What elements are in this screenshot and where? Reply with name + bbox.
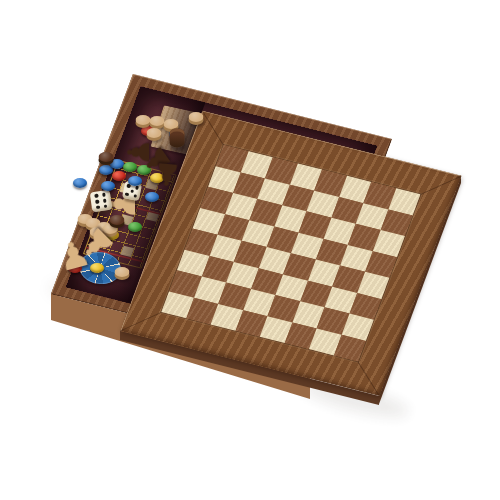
blue-token bbox=[145, 192, 159, 202]
die-pip bbox=[95, 200, 99, 204]
die-pip bbox=[135, 186, 139, 190]
product-photo: ♟♟♟♟♟♟ bbox=[0, 0, 500, 500]
die-pip bbox=[103, 199, 107, 203]
die-pip bbox=[125, 192, 129, 196]
light-checker bbox=[164, 119, 179, 129]
die-pip bbox=[96, 205, 100, 209]
die-face-6 bbox=[90, 190, 113, 213]
dark-pawn: ♟ bbox=[152, 158, 181, 190]
loose-pieces-layer: ♟♟♟♟♟♟ bbox=[0, 0, 500, 500]
blue-token bbox=[73, 178, 87, 188]
die-pip bbox=[133, 194, 137, 198]
red-token bbox=[112, 171, 126, 181]
blue-token bbox=[101, 181, 115, 191]
blue-token bbox=[128, 176, 142, 186]
die-pip bbox=[103, 204, 107, 208]
die-pip bbox=[130, 189, 134, 193]
green-token bbox=[128, 222, 142, 232]
light-checker bbox=[136, 115, 151, 125]
light-checker bbox=[115, 267, 130, 277]
die-pip bbox=[95, 194, 99, 198]
light-checker bbox=[147, 128, 162, 138]
light-checker bbox=[150, 116, 165, 126]
dark-checker bbox=[99, 152, 114, 162]
light-checker bbox=[189, 112, 204, 122]
checker-stack bbox=[170, 129, 185, 148]
die-pip bbox=[102, 193, 106, 197]
